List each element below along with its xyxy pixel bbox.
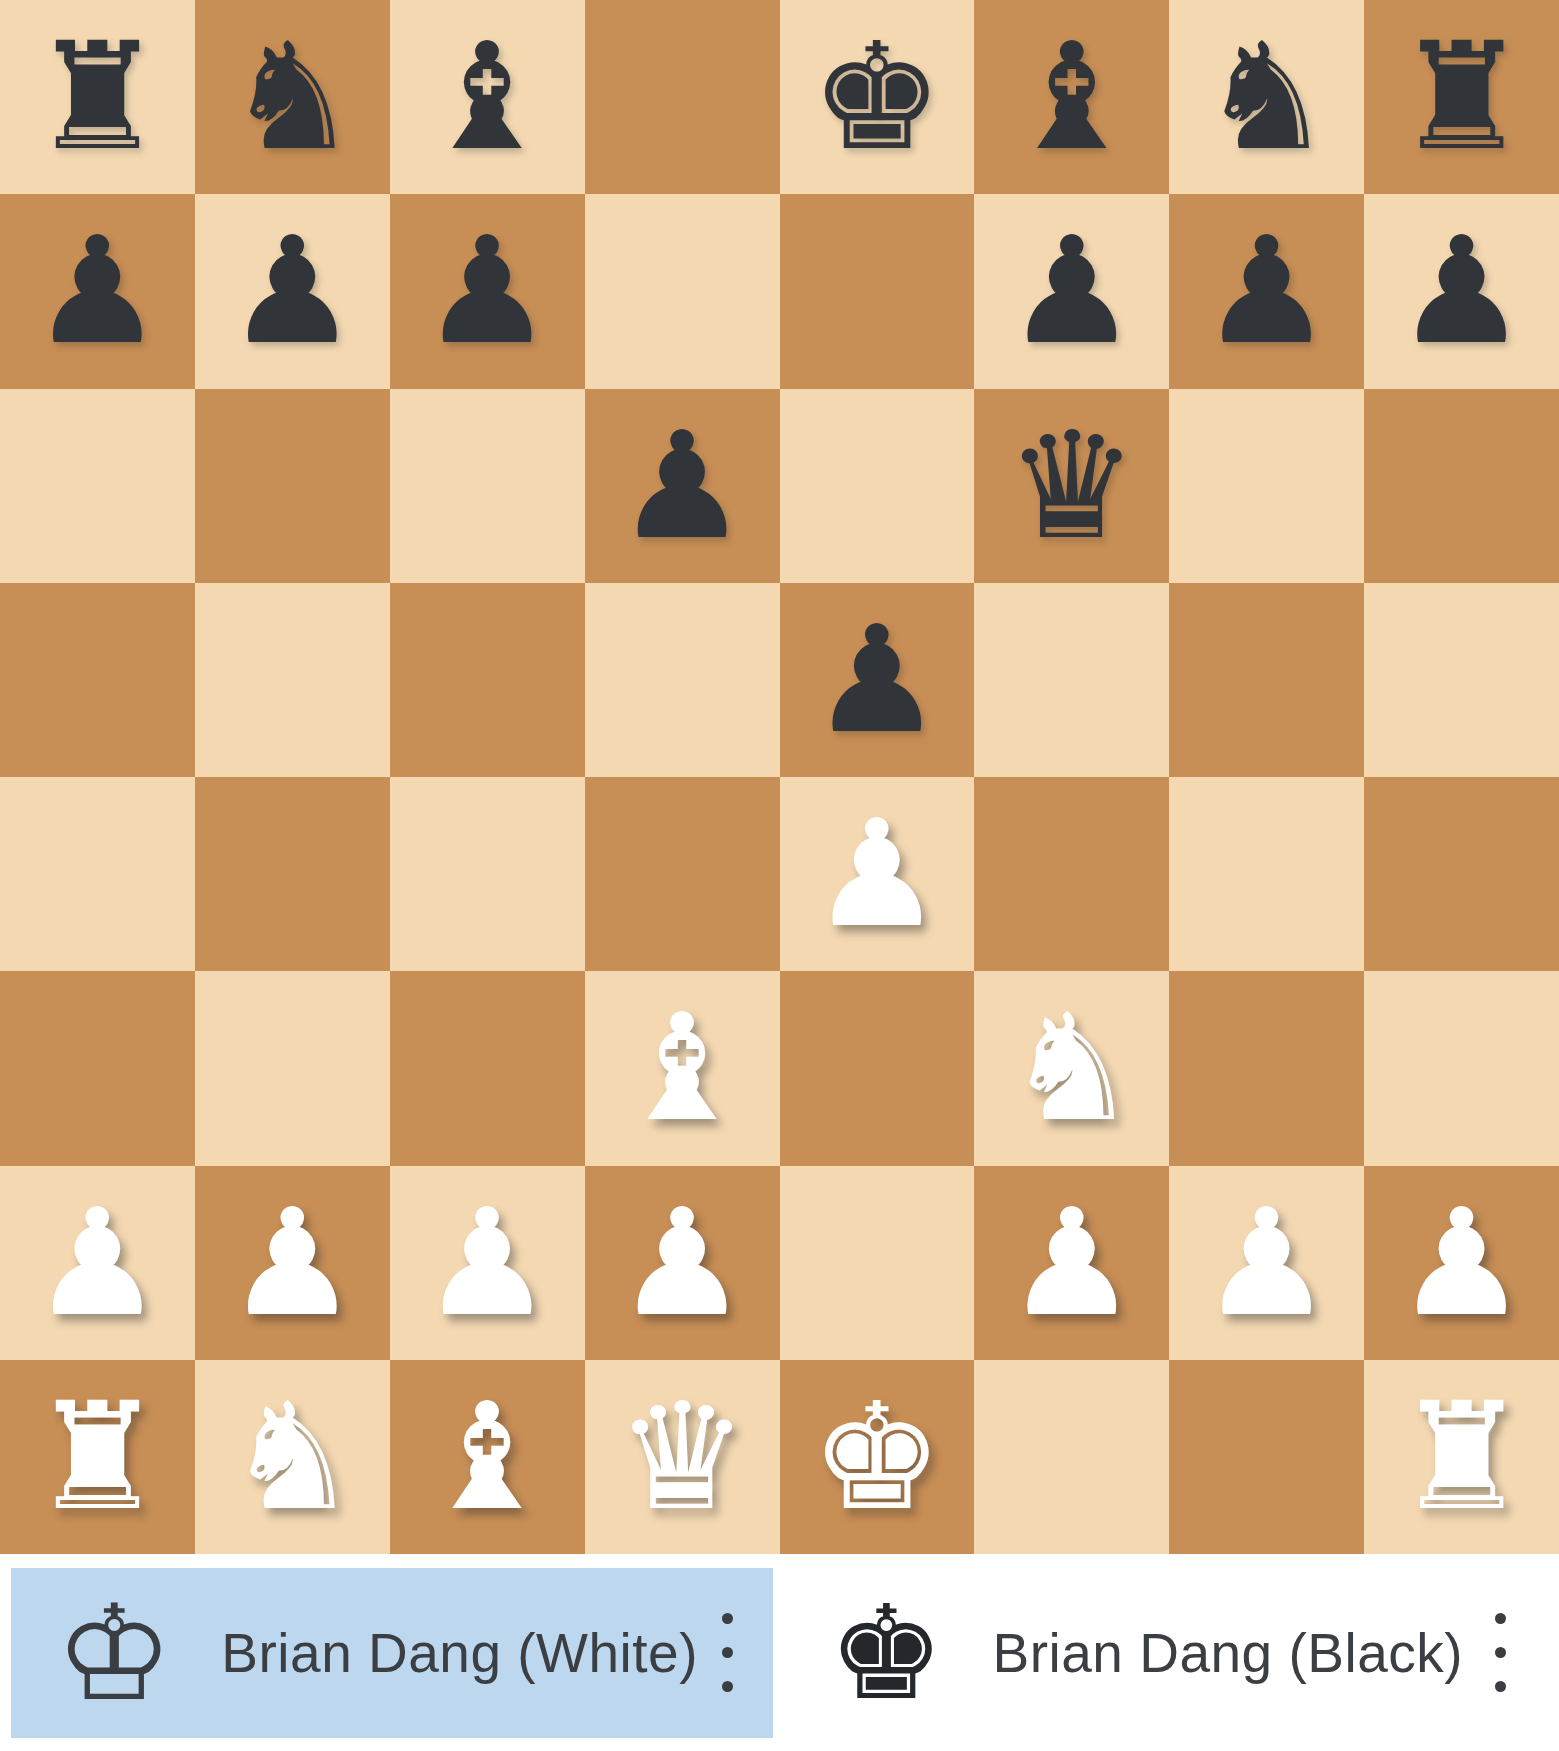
- kebab-dot: [1495, 1681, 1506, 1692]
- players-bar: ♔ Brian Dang (White) ♚ Brian Dang (Black…: [0, 1554, 1559, 1751]
- white-rook[interactable]: ♜: [1395, 1383, 1528, 1531]
- square-b4[interactable]: [195, 777, 390, 971]
- black-bishop[interactable]: ♝: [421, 23, 554, 171]
- square-g7[interactable]: ♟: [1169, 194, 1364, 388]
- square-f8[interactable]: ♝: [974, 0, 1169, 194]
- black-king[interactable]: ♚: [811, 23, 944, 171]
- square-a4[interactable]: [0, 777, 195, 971]
- square-a2[interactable]: ♟: [0, 1166, 195, 1360]
- white-knight[interactable]: ♞: [1005, 994, 1138, 1142]
- square-d7[interactable]: [585, 194, 780, 388]
- white-pawn[interactable]: ♟: [226, 1189, 359, 1337]
- white-pawn[interactable]: ♟: [1200, 1189, 1333, 1337]
- white-king-icon: ♔: [55, 1587, 173, 1719]
- square-e4[interactable]: ♟: [780, 777, 975, 971]
- square-d2[interactable]: ♟: [585, 1166, 780, 1360]
- square-c4[interactable]: [390, 777, 585, 971]
- square-c5[interactable]: [390, 583, 585, 777]
- square-h7[interactable]: ♟: [1364, 194, 1559, 388]
- kebab-dot: [722, 1681, 733, 1692]
- white-knight[interactable]: ♞: [226, 1383, 359, 1531]
- black-pawn[interactable]: ♟: [421, 217, 554, 365]
- square-a7[interactable]: ♟: [0, 194, 195, 388]
- square-a6[interactable]: [0, 389, 195, 583]
- square-c3[interactable]: [390, 971, 585, 1165]
- square-b7[interactable]: ♟: [195, 194, 390, 388]
- square-e5[interactable]: ♟: [780, 583, 975, 777]
- square-b8[interactable]: ♞: [195, 0, 390, 194]
- black-king-icon: ♚: [828, 1588, 945, 1718]
- square-f2[interactable]: ♟: [974, 1166, 1169, 1360]
- square-f7[interactable]: ♟: [974, 194, 1169, 388]
- square-h1[interactable]: ♜: [1364, 1360, 1559, 1554]
- kebab-dot: [722, 1613, 733, 1624]
- square-a8[interactable]: ♜: [0, 0, 195, 194]
- square-f4[interactable]: [974, 777, 1169, 971]
- square-d5[interactable]: [585, 583, 780, 777]
- square-b6[interactable]: [195, 389, 390, 583]
- kebab-dot: [1495, 1613, 1506, 1624]
- square-b2[interactable]: ♟: [195, 1166, 390, 1360]
- square-g3[interactable]: [1169, 971, 1364, 1165]
- black-rook[interactable]: ♜: [31, 23, 164, 171]
- square-h4[interactable]: [1364, 777, 1559, 971]
- square-c6[interactable]: [390, 389, 585, 583]
- black-rook[interactable]: ♜: [1395, 23, 1528, 171]
- square-c2[interactable]: ♟: [390, 1166, 585, 1360]
- square-a3[interactable]: [0, 971, 195, 1165]
- square-e7[interactable]: [780, 194, 975, 388]
- square-b3[interactable]: [195, 971, 390, 1165]
- white-pawn[interactable]: ♟: [1005, 1189, 1138, 1337]
- white-more-options-button[interactable]: [716, 1607, 739, 1698]
- square-e3[interactable]: [780, 971, 975, 1165]
- square-b1[interactable]: ♞: [195, 1360, 390, 1554]
- white-king[interactable]: ♚: [811, 1383, 944, 1531]
- white-bishop[interactable]: ♝: [616, 994, 749, 1142]
- square-f5[interactable]: [974, 583, 1169, 777]
- white-pawn[interactable]: ♟: [811, 800, 944, 948]
- black-knight[interactable]: ♞: [1200, 23, 1333, 171]
- square-a5[interactable]: [0, 583, 195, 777]
- player-black-card: ♚ Brian Dang (Black): [773, 1568, 1559, 1738]
- kebab-dot: [722, 1647, 733, 1658]
- square-g1[interactable]: [1169, 1360, 1364, 1554]
- square-h8[interactable]: ♜: [1364, 0, 1559, 194]
- square-d3[interactable]: ♝: [585, 971, 780, 1165]
- black-pawn[interactable]: ♟: [1395, 217, 1528, 365]
- square-d6[interactable]: ♟: [585, 389, 780, 583]
- black-knight[interactable]: ♞: [226, 23, 359, 171]
- black-pawn[interactable]: ♟: [616, 412, 749, 560]
- player-white-card: ♔ Brian Dang (White): [11, 1568, 773, 1738]
- black-pawn[interactable]: ♟: [226, 217, 359, 365]
- black-bishop[interactable]: ♝: [1005, 23, 1138, 171]
- white-pawn[interactable]: ♟: [31, 1189, 164, 1337]
- black-more-options-button[interactable]: [1489, 1607, 1512, 1698]
- black-pawn[interactable]: ♟: [1200, 217, 1333, 365]
- square-c8[interactable]: ♝: [390, 0, 585, 194]
- square-h5[interactable]: [1364, 583, 1559, 777]
- square-d4[interactable]: [585, 777, 780, 971]
- square-b5[interactable]: [195, 583, 390, 777]
- square-g6[interactable]: [1169, 389, 1364, 583]
- white-queen[interactable]: ♛: [616, 1383, 749, 1531]
- white-bishop[interactable]: ♝: [421, 1383, 554, 1531]
- square-g2[interactable]: ♟: [1169, 1166, 1364, 1360]
- square-h6[interactable]: [1364, 389, 1559, 583]
- square-f3[interactable]: ♞: [974, 971, 1169, 1165]
- square-c1[interactable]: ♝: [390, 1360, 585, 1554]
- square-e8[interactable]: ♚: [780, 0, 975, 194]
- square-c7[interactable]: ♟: [390, 194, 585, 388]
- square-e6[interactable]: [780, 389, 975, 583]
- player-white-name: Brian Dang (White): [221, 1621, 698, 1685]
- square-e2[interactable]: [780, 1166, 975, 1360]
- white-pawn[interactable]: ♟: [616, 1189, 749, 1337]
- chess-board[interactable]: ♜♞♝♚♝♞♜♟♟♟♟♟♟♟♛♟♟♝♞♟♟♟♟♟♟♟♜♞♝♛♚♜: [0, 0, 1559, 1554]
- square-e1[interactable]: ♚: [780, 1360, 975, 1554]
- square-g8[interactable]: ♞: [1169, 0, 1364, 194]
- square-h3[interactable]: [1364, 971, 1559, 1165]
- square-d8[interactable]: [585, 0, 780, 194]
- white-pawn[interactable]: ♟: [421, 1189, 554, 1337]
- square-d1[interactable]: ♛: [585, 1360, 780, 1554]
- player-black-name: Brian Dang (Black): [993, 1621, 1464, 1685]
- square-a1[interactable]: ♜: [0, 1360, 195, 1554]
- black-pawn[interactable]: ♟: [1005, 217, 1138, 365]
- square-g5[interactable]: [1169, 583, 1364, 777]
- kebab-dot: [1495, 1647, 1506, 1658]
- square-f1[interactable]: [974, 1360, 1169, 1554]
- chess-app: ♜♞♝♚♝♞♜♟♟♟♟♟♟♟♛♟♟♝♞♟♟♟♟♟♟♟♜♞♝♛♚♜ ♔ Brian…: [0, 0, 1559, 1751]
- black-pawn[interactable]: ♟: [811, 606, 944, 754]
- black-queen[interactable]: ♛: [1005, 412, 1138, 560]
- square-f6[interactable]: ♛: [974, 389, 1169, 583]
- white-pawn[interactable]: ♟: [1395, 1189, 1528, 1337]
- square-h2[interactable]: ♟: [1364, 1166, 1559, 1360]
- white-rook[interactable]: ♜: [31, 1383, 164, 1531]
- black-pawn[interactable]: ♟: [31, 217, 164, 365]
- square-g4[interactable]: [1169, 777, 1364, 971]
